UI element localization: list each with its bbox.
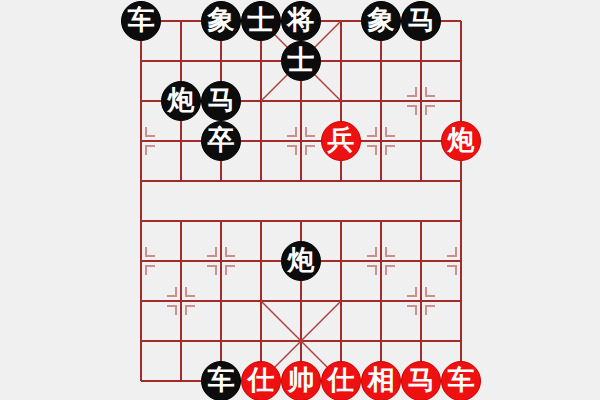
piece-red-soldier[interactable]: 兵 [321,121,361,161]
piece-glyph: 车 [128,7,155,34]
piece-glyph: 车 [208,367,235,394]
piece-red-general[interactable]: 帅 [281,361,321,400]
piece-glyph: 炮 [448,127,475,154]
piece-glyph: 炮 [288,247,315,274]
piece-glyph: 兵 [328,127,355,154]
piece-glyph: 将 [288,7,315,34]
piece-black-general[interactable]: 将 [281,1,321,41]
piece-glyph: 卒 [208,127,235,154]
piece-glyph: 车 [448,367,475,394]
piece-glyph: 马 [408,7,435,34]
xiangqi-board-screenshot: 车象士将象马士炮马卒兵炮炮车仕帅仕相马车 [0,0,600,400]
piece-black-elephant[interactable]: 象 [201,1,241,41]
piece-red-advisor[interactable]: 仕 [321,361,361,400]
piece-glyph: 仕 [328,367,355,394]
piece-red-advisor[interactable]: 仕 [241,361,281,400]
piece-black-advisor[interactable]: 士 [241,1,281,41]
piece-red-cannon[interactable]: 炮 [441,121,481,161]
piece-glyph: 士 [288,47,315,74]
piece-red-horse[interactable]: 马 [401,361,441,400]
piece-black-cannon[interactable]: 炮 [281,241,321,281]
piece-black-horse[interactable]: 马 [401,1,441,41]
piece-glyph: 相 [368,367,395,394]
pieces-layer: 车象士将象马士炮马卒兵炮炮车仕帅仕相马车 [0,0,600,400]
piece-black-chariot[interactable]: 车 [201,361,241,400]
piece-red-chariot[interactable]: 车 [441,361,481,400]
piece-black-soldier[interactable]: 卒 [201,121,241,161]
piece-glyph: 士 [248,7,275,34]
piece-glyph: 炮 [168,87,195,114]
piece-black-horse[interactable]: 马 [201,81,241,121]
piece-black-chariot[interactable]: 车 [121,1,161,41]
piece-glyph: 马 [208,87,235,114]
piece-red-elephant[interactable]: 相 [361,361,401,400]
piece-glyph: 象 [368,7,395,34]
piece-glyph: 仕 [248,367,275,394]
piece-glyph: 象 [208,7,235,34]
piece-black-cannon[interactable]: 炮 [161,81,201,121]
piece-black-advisor[interactable]: 士 [281,41,321,81]
piece-glyph: 马 [408,367,435,394]
piece-black-elephant[interactable]: 象 [361,1,401,41]
piece-glyph: 帅 [288,367,315,394]
